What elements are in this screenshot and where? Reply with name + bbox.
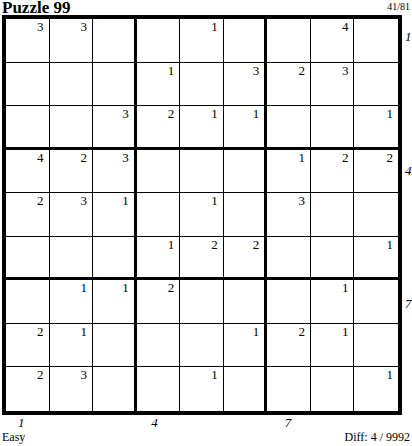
- cell-r8c4[interactable]: [137, 324, 181, 368]
- cell-r2c9[interactable]: [354, 63, 398, 107]
- difficulty-score: Diff: 4 / 9992: [345, 430, 410, 445]
- cell-r5c8[interactable]: [311, 193, 355, 237]
- cell-r9c4[interactable]: [137, 367, 181, 411]
- row-label-7: 7: [405, 297, 412, 311]
- cell-r3c2[interactable]: [50, 106, 94, 150]
- cell-r9c3[interactable]: [93, 367, 137, 411]
- cell-r9c8[interactable]: [311, 367, 355, 411]
- cell-r4c1[interactable]: 4: [6, 150, 50, 194]
- cell-r1c8[interactable]: 4: [311, 19, 355, 63]
- cell-r1c9[interactable]: [354, 19, 398, 63]
- cell-r9c5[interactable]: 1: [180, 367, 224, 411]
- cell-r8c5[interactable]: [180, 324, 224, 368]
- cell-r5c4[interactable]: [137, 193, 181, 237]
- cell-r3c6[interactable]: 1: [224, 106, 268, 150]
- cell-r2c8[interactable]: 3: [311, 63, 355, 107]
- cell-r2c4[interactable]: 1: [137, 63, 181, 107]
- row-label-1: 1: [405, 30, 412, 44]
- cell-r4c5[interactable]: [180, 150, 224, 194]
- col-label-4: 4: [151, 416, 158, 430]
- cell-r1c2[interactable]: 3: [50, 19, 94, 63]
- cell-r8c8[interactable]: 1: [311, 324, 355, 368]
- cell-r1c3[interactable]: [93, 19, 137, 63]
- cell-r3c9[interactable]: 1: [354, 106, 398, 150]
- cell-r3c3[interactable]: 3: [93, 106, 137, 150]
- cell-r7c2[interactable]: 1: [50, 280, 94, 324]
- cell-r8c7[interactable]: 2: [267, 324, 311, 368]
- clue-counter: 41/81: [387, 1, 410, 12]
- cell-r6c2[interactable]: [50, 237, 94, 281]
- row-label-4: 4: [405, 164, 412, 178]
- cell-r2c7[interactable]: 2: [267, 63, 311, 107]
- cell-r4c2[interactable]: 2: [50, 150, 94, 194]
- cell-r5c9[interactable]: [354, 193, 398, 237]
- cell-r9c6[interactable]: [224, 367, 268, 411]
- cell-r3c7[interactable]: [267, 106, 311, 150]
- cell-r4c8[interactable]: 2: [311, 150, 355, 194]
- cell-r4c6[interactable]: [224, 150, 268, 194]
- cell-r6c1[interactable]: [6, 237, 50, 281]
- cell-r7c6[interactable]: [224, 280, 268, 324]
- cell-r6c7[interactable]: [267, 237, 311, 281]
- cell-r7c9[interactable]: [354, 280, 398, 324]
- cell-r9c2[interactable]: 3: [50, 367, 94, 411]
- cell-r2c5[interactable]: [180, 63, 224, 107]
- cell-r1c4[interactable]: [137, 19, 181, 63]
- cell-r3c5[interactable]: 1: [180, 106, 224, 150]
- cell-r2c6[interactable]: 3: [224, 63, 268, 107]
- cell-r9c1[interactable]: 2: [6, 367, 50, 411]
- cell-r6c3[interactable]: [93, 237, 137, 281]
- cell-r7c5[interactable]: [180, 280, 224, 324]
- cell-r9c7[interactable]: [267, 367, 311, 411]
- cell-r9c9[interactable]: 1: [354, 367, 398, 411]
- cell-r8c1[interactable]: 2: [6, 324, 50, 368]
- cell-r7c3[interactable]: 1: [93, 280, 137, 324]
- cell-r2c1[interactable]: [6, 63, 50, 107]
- cell-r3c4[interactable]: 2: [137, 106, 181, 150]
- cell-r1c1[interactable]: 3: [6, 19, 50, 63]
- cell-r6c6[interactable]: 2: [224, 237, 268, 281]
- cell-r3c8[interactable]: [311, 106, 355, 150]
- cell-r6c4[interactable]: 1: [137, 237, 181, 281]
- sudoku-board: 3314132332111423122231131221112121121231…: [2, 15, 402, 415]
- cell-r5c5[interactable]: 1: [180, 193, 224, 237]
- cell-r4c4[interactable]: [137, 150, 181, 194]
- col-label-1: 1: [18, 416, 25, 430]
- difficulty-label: Easy: [2, 430, 25, 445]
- cell-r8c6[interactable]: 1: [224, 324, 268, 368]
- cell-r8c3[interactable]: [93, 324, 137, 368]
- cell-r7c1[interactable]: [6, 280, 50, 324]
- cell-r6c8[interactable]: [311, 237, 355, 281]
- cell-r5c1[interactable]: 2: [6, 193, 50, 237]
- cell-r6c5[interactable]: 2: [180, 237, 224, 281]
- cell-r4c9[interactable]: 2: [354, 150, 398, 194]
- cell-r1c6[interactable]: [224, 19, 268, 63]
- cell-r4c3[interactable]: 3: [93, 150, 137, 194]
- cell-r7c7[interactable]: [267, 280, 311, 324]
- col-label-7: 7: [285, 416, 292, 430]
- cell-r8c2[interactable]: 1: [50, 324, 94, 368]
- cell-r5c2[interactable]: 3: [50, 193, 94, 237]
- cell-r6c9[interactable]: 1: [354, 237, 398, 281]
- cell-r1c7[interactable]: [267, 19, 311, 63]
- cell-r7c4[interactable]: 2: [137, 280, 181, 324]
- cell-r2c3[interactable]: [93, 63, 137, 107]
- cell-r5c6[interactable]: [224, 193, 268, 237]
- cell-r8c9[interactable]: [354, 324, 398, 368]
- cell-r5c7[interactable]: 3: [267, 193, 311, 237]
- cell-r7c8[interactable]: 1: [311, 280, 355, 324]
- cell-r1c5[interactable]: 1: [180, 19, 224, 63]
- cell-r4c7[interactable]: 1: [267, 150, 311, 194]
- cell-r5c3[interactable]: 1: [93, 193, 137, 237]
- cell-r3c1[interactable]: [6, 106, 50, 150]
- cell-r2c2[interactable]: [50, 63, 94, 107]
